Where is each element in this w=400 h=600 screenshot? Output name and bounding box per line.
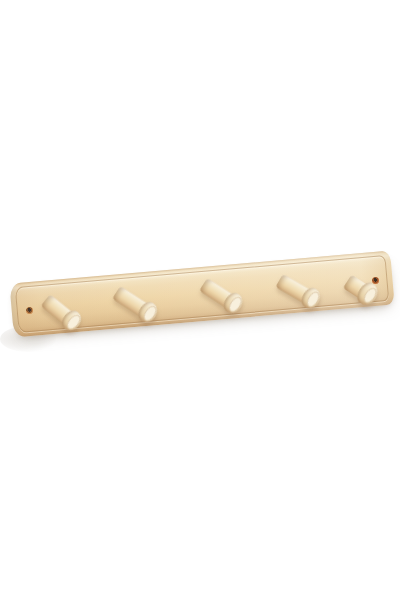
product-photo <box>0 0 400 600</box>
screw-hole <box>26 307 33 314</box>
